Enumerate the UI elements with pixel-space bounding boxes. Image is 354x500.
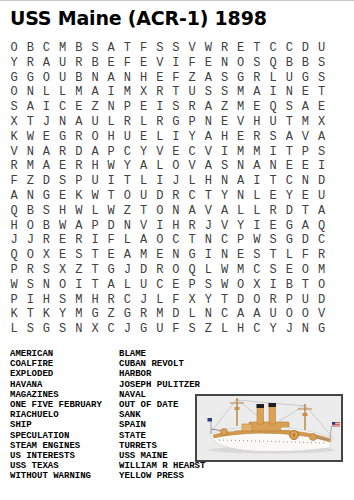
grid-cell: Y xyxy=(184,130,200,145)
grid-cell: S xyxy=(314,56,330,71)
grid-cell: L xyxy=(119,278,135,293)
grid-cell: P xyxy=(71,174,87,189)
grid-cell: E xyxy=(168,278,184,293)
word-list-column-right: BLAMECUBAN REVOLTHARBORJOSEPH PULITZERNA… xyxy=(119,349,205,481)
grid-cell: U xyxy=(55,71,71,86)
grid-cell: I xyxy=(314,159,330,174)
grid-cell: D xyxy=(314,293,330,308)
grid-cell: W xyxy=(103,159,119,174)
grid-cell: Y xyxy=(233,219,249,234)
grid-cell: V xyxy=(152,56,168,71)
grid-cell: G xyxy=(38,322,54,337)
grid-cell: N xyxy=(233,189,249,204)
grid-cell: U xyxy=(87,115,103,130)
grid-cell: X xyxy=(136,85,152,100)
grid-cell: P xyxy=(297,145,313,160)
grid-cell: A xyxy=(22,100,38,115)
grid-cell: W xyxy=(249,233,265,248)
grid-cell: T xyxy=(22,307,38,322)
grid-cell: G xyxy=(184,248,200,263)
grid-cell: S xyxy=(249,56,265,71)
grid-cell: T xyxy=(281,115,297,130)
word-list-item: SPECULATION xyxy=(10,431,116,441)
grid-cell: I xyxy=(71,278,87,293)
grid-cell: O xyxy=(314,278,330,293)
grid-cell: C xyxy=(216,233,232,248)
grid-cell: N xyxy=(55,115,71,130)
grid-cell: H xyxy=(55,204,71,219)
grid-cell: Z xyxy=(184,71,200,86)
word-list-item: USS TEXAS xyxy=(10,461,116,471)
grid-cell: S xyxy=(314,71,330,86)
grid-cell: R xyxy=(168,189,184,204)
grid-cell: O xyxy=(152,204,168,219)
grid-cell: S xyxy=(38,263,54,278)
grid-cell: S xyxy=(216,85,232,100)
grid-cell: S xyxy=(281,100,297,115)
grid-cell: O xyxy=(6,41,22,56)
grid-cell: J xyxy=(6,233,22,248)
grid-cell: T xyxy=(265,248,281,263)
grid-cell: N xyxy=(119,71,135,86)
grid-cell: J xyxy=(168,174,184,189)
grid-cell: R xyxy=(249,71,265,86)
grid-cell: S xyxy=(216,71,232,86)
grid-cell: E xyxy=(297,189,313,204)
grid-cell: R xyxy=(55,145,71,160)
grid-cell: G xyxy=(103,263,119,278)
grid-cell: W xyxy=(200,41,216,56)
grid-cell: E xyxy=(168,145,184,160)
grid-cell: X xyxy=(184,293,200,308)
grid-cell: I xyxy=(265,145,281,160)
grid-cell: S xyxy=(152,41,168,56)
grid-cell: T xyxy=(87,248,103,263)
grid-cell: L xyxy=(87,204,103,219)
grid-cell: I xyxy=(216,145,232,160)
grid-cell: O xyxy=(87,130,103,145)
grid-cell: L xyxy=(152,293,168,308)
grid-cell: A xyxy=(314,130,330,145)
grid-cell: X xyxy=(6,115,22,130)
grid-cell: S xyxy=(216,159,232,174)
grid-cell: Q xyxy=(6,204,22,219)
grid-cell: Y xyxy=(6,56,22,71)
grid-cell: A xyxy=(184,204,200,219)
grid-cell: P xyxy=(184,278,200,293)
grid-cell: I xyxy=(103,85,119,100)
grid-cell: L xyxy=(152,159,168,174)
grid-cell: G xyxy=(22,71,38,86)
grid-cell: V xyxy=(6,145,22,160)
grid-cell: C xyxy=(249,322,265,337)
grid-cell: H xyxy=(200,174,216,189)
grid-cell: F xyxy=(168,71,184,86)
grid-cell: N xyxy=(71,322,87,337)
grid-cell: V xyxy=(152,145,168,160)
grid-cell: B xyxy=(22,204,38,219)
word-list-column-left: AMERICANCOALFIREEXPLODEDHAVANAMAGAZINESO… xyxy=(10,349,116,481)
grid-cell: K xyxy=(6,307,22,322)
grid-cell: A xyxy=(87,145,103,160)
grid-cell: B xyxy=(22,41,38,56)
grid-cell: D xyxy=(103,219,119,234)
grid-cell: J xyxy=(38,115,54,130)
grid-cell: A xyxy=(38,159,54,174)
grid-cell: N xyxy=(216,174,232,189)
grid-cell: C xyxy=(184,145,200,160)
grid-cell: U xyxy=(184,85,200,100)
grid-cell: H xyxy=(87,293,103,308)
grid-cell: H xyxy=(38,293,54,308)
grid-cell: S xyxy=(265,263,281,278)
grid-cell: T xyxy=(103,189,119,204)
grid-cell: Z xyxy=(103,307,119,322)
grid-cell: R xyxy=(152,115,168,130)
grid-cell: E xyxy=(55,159,71,174)
worksheet-page: USS Maine (ACR-1) 1898 OBCMBSATFSSVWRETC… xyxy=(0,0,354,500)
grid-cell: A xyxy=(200,100,216,115)
grid-cell: D xyxy=(297,233,313,248)
grid-cell: T xyxy=(119,41,135,56)
grid-cell: R xyxy=(265,204,281,219)
grid-cell: I xyxy=(168,130,184,145)
grid-cell: C xyxy=(184,189,200,204)
grid-cell: R xyxy=(38,233,54,248)
grid-cell: S xyxy=(200,85,216,100)
grid-cell: X xyxy=(38,248,54,263)
grid-cell: C xyxy=(281,41,297,56)
grid-cell: A xyxy=(200,130,216,145)
grid-cell: Y xyxy=(55,307,71,322)
grid-cell: E xyxy=(281,263,297,278)
ship-model-illustration xyxy=(197,396,341,460)
grid-cell: N xyxy=(281,85,297,100)
grid-cell: N xyxy=(216,56,232,71)
grid-cell: Z xyxy=(200,322,216,337)
grid-cell: N xyxy=(119,219,135,234)
grid-cell: I xyxy=(249,174,265,189)
grid-cell: N xyxy=(297,322,313,337)
grid-cell: W xyxy=(103,204,119,219)
grid-cell: W xyxy=(87,189,103,204)
grid-cell: T xyxy=(200,189,216,204)
grid-cell: V xyxy=(200,204,216,219)
grid-cell: O xyxy=(168,263,184,278)
grid-cell: O xyxy=(233,278,249,293)
grid-cell: V xyxy=(184,41,200,56)
grid-cell: T xyxy=(22,115,38,130)
grid-cell: F xyxy=(136,41,152,56)
grid-cell: G xyxy=(281,219,297,234)
grid-cell: H xyxy=(249,115,265,130)
grid-cell: M xyxy=(297,115,313,130)
grid-cell: S xyxy=(6,100,22,115)
grid-cell: C xyxy=(119,145,135,160)
grid-cell: Q xyxy=(265,100,281,115)
grid-cell: N xyxy=(233,159,249,174)
ship-photo xyxy=(195,394,343,462)
grid-cell: L xyxy=(281,248,297,263)
word-list-item: HARBOR xyxy=(119,369,205,379)
grid-cell: W xyxy=(55,219,71,234)
grid-cell: C xyxy=(38,41,54,56)
word-list-item: YELLOW PRESS xyxy=(119,471,205,481)
grid-cell: E xyxy=(297,85,313,100)
grid-cell: O xyxy=(38,71,54,86)
grid-cell: F xyxy=(184,56,200,71)
grid-cell: D xyxy=(136,263,152,278)
grid-cell: J xyxy=(22,233,38,248)
grid-cell: Q xyxy=(314,219,330,234)
grid-cell: C xyxy=(249,263,265,278)
grid-cell: O xyxy=(249,293,265,308)
grid-cell: R xyxy=(6,159,22,174)
word-list-item: NAVAL xyxy=(119,390,205,400)
grid-cell: H xyxy=(233,322,249,337)
grid-cell: E xyxy=(200,56,216,71)
grid-cell: M xyxy=(136,248,152,263)
grid-cell: W xyxy=(6,278,22,293)
grid-cell: R xyxy=(71,233,87,248)
grid-cell: G xyxy=(6,71,22,86)
grid-cell: G xyxy=(55,130,71,145)
grid-cell: T xyxy=(136,204,152,219)
grid-cell: W xyxy=(71,204,87,219)
grid-cell: O xyxy=(22,248,38,263)
grid-cell: U xyxy=(297,293,313,308)
word-list-item: AMERICAN xyxy=(10,349,116,359)
grid-cell: M xyxy=(152,307,168,322)
grid-cell: M xyxy=(71,85,87,100)
grid-cell: E xyxy=(152,71,168,86)
grid-cell: L xyxy=(249,204,265,219)
grid-cell: I xyxy=(152,174,168,189)
word-list-item: SANK xyxy=(119,410,205,420)
grid-cell: W xyxy=(216,278,232,293)
grid-cell: N xyxy=(22,189,38,204)
grid-cell: J xyxy=(136,293,152,308)
grid-cell: R xyxy=(265,293,281,308)
grid-cell: M xyxy=(71,307,87,322)
grid-cell: G xyxy=(168,115,184,130)
grid-cell: S xyxy=(265,233,281,248)
grid-cell: M xyxy=(233,85,249,100)
grid-cell: V xyxy=(136,219,152,234)
grid-cell: N xyxy=(168,248,184,263)
grid-cell: X xyxy=(55,263,71,278)
grid-cell: C xyxy=(314,233,330,248)
grid-cell: Y xyxy=(281,189,297,204)
grid-cell: E xyxy=(233,130,249,145)
grid-cell: Q xyxy=(184,263,200,278)
grid-cell: S xyxy=(55,293,71,308)
grid-cell: D xyxy=(71,145,87,160)
grid-cell: W xyxy=(22,130,38,145)
grid-cell: H xyxy=(216,130,232,145)
grid-cell: R xyxy=(119,115,135,130)
grid-cell: H xyxy=(103,130,119,145)
grid-cell: B xyxy=(87,56,103,71)
grid-cell: A xyxy=(200,71,216,86)
grid-cell: O xyxy=(6,85,22,100)
grid-cell: I xyxy=(265,278,281,293)
grid-cell: N xyxy=(168,204,184,219)
grid-cell: I xyxy=(265,85,281,100)
grid-cell: T xyxy=(119,174,135,189)
grid-cell: P xyxy=(281,293,297,308)
grid-cell: A xyxy=(38,56,54,71)
grid-cell: S xyxy=(55,174,71,189)
grid-cell: P xyxy=(6,293,22,308)
grid-cell: V xyxy=(216,219,232,234)
word-list-item: RIACHUELO xyxy=(10,410,116,420)
grid-cell: C xyxy=(281,174,297,189)
grid-cell: L xyxy=(184,307,200,322)
grid-cell: R xyxy=(71,56,87,71)
grid-cell: T xyxy=(297,278,313,293)
grid-cell: S xyxy=(22,278,38,293)
grid-cell: E xyxy=(233,248,249,263)
grid-cell: Q xyxy=(6,248,22,263)
grid-cell: D xyxy=(233,293,249,308)
grid-cell: J xyxy=(119,322,135,337)
grid-cell: E xyxy=(314,100,330,115)
grid-cell: Z xyxy=(71,263,87,278)
grid-cell: T xyxy=(265,174,281,189)
grid-cell: N xyxy=(265,159,281,174)
grid-cell: L xyxy=(55,85,71,100)
grid-cell: R xyxy=(71,159,87,174)
grid-cell: S xyxy=(22,322,38,337)
grid-cell: U xyxy=(265,307,281,322)
grid-cell: E xyxy=(136,56,152,71)
grid-cell: C xyxy=(152,278,168,293)
grid-cell: G xyxy=(136,322,152,337)
grid-cell: L xyxy=(200,263,216,278)
grid-cell: G xyxy=(119,307,135,322)
word-list-item: MAGAZINES xyxy=(10,390,116,400)
grid-cell: A xyxy=(119,248,135,263)
grid-cell: Y xyxy=(200,293,216,308)
grid-cell: A xyxy=(71,219,87,234)
grid-cell: T xyxy=(216,293,232,308)
grid-cell: S xyxy=(168,100,184,115)
word-list-item: SHIP xyxy=(10,420,116,430)
grid-cell: A xyxy=(249,85,265,100)
grid-cell: E xyxy=(297,159,313,174)
grid-cell: L xyxy=(136,115,152,130)
grid-cell: U xyxy=(314,41,330,56)
grid-cell: O xyxy=(233,56,249,71)
grid-cell: M xyxy=(249,145,265,160)
grid-cell: Y xyxy=(136,145,152,160)
grid-cell: M xyxy=(233,263,249,278)
grid-cell: P xyxy=(184,115,200,130)
grid-cell: A xyxy=(233,174,249,189)
grid-cell: S xyxy=(265,130,281,145)
grid-cell: G xyxy=(281,233,297,248)
word-list-item: COALFIRE xyxy=(10,359,116,369)
grid-cell: X xyxy=(314,115,330,130)
grid-cell: T xyxy=(281,145,297,160)
grid-cell: L xyxy=(233,204,249,219)
grid-cell: S xyxy=(184,322,200,337)
grid-cell: R xyxy=(216,41,232,56)
grid-cell: Y xyxy=(216,189,232,204)
grid-cell: K xyxy=(6,130,22,145)
grid-cell: E xyxy=(103,248,119,263)
grid-cell: G xyxy=(314,322,330,337)
grid-cell: C xyxy=(265,41,281,56)
grid-cell: O xyxy=(22,219,38,234)
word-list-item: WITHOUT WARNING xyxy=(10,471,116,481)
grid-cell: B xyxy=(38,219,54,234)
grid-cell: I xyxy=(249,219,265,234)
word-list-item: WILLIAM R HEARST xyxy=(119,461,205,471)
grid-cell: I xyxy=(152,100,168,115)
grid-cell: F xyxy=(6,174,22,189)
grid-cell: O xyxy=(297,307,313,322)
grid-cell: S xyxy=(38,204,54,219)
grid-cell: F xyxy=(297,248,313,263)
grid-cell: S xyxy=(168,41,184,56)
grid-cell: D xyxy=(152,189,168,204)
grid-cell: N xyxy=(200,115,216,130)
grid-cell: E xyxy=(71,100,87,115)
grid-cell: A xyxy=(103,71,119,86)
grid-cell: N xyxy=(22,145,38,160)
grid-cell: Y xyxy=(265,322,281,337)
grid-cell: Y xyxy=(119,159,135,174)
grid-cell: R xyxy=(136,307,152,322)
grid-cell: N xyxy=(103,100,119,115)
grid-cell: H xyxy=(6,219,22,234)
grid-cell: R xyxy=(184,100,200,115)
grid-cell: A xyxy=(136,233,152,248)
grid-cell: R xyxy=(22,56,38,71)
grid-cell: A xyxy=(6,189,22,204)
grid-cell: B xyxy=(281,278,297,293)
grid-cell: T xyxy=(249,41,265,56)
wordsearch-grid: OBCMBSATFSSVWRETCCDUYRAURBEFEVIFENOSQBBS… xyxy=(6,41,330,337)
grid-cell: S xyxy=(55,322,71,337)
grid-cell: U xyxy=(87,174,103,189)
grid-cell: Z xyxy=(87,100,103,115)
grid-cell: A xyxy=(297,219,313,234)
word-list-item: STATE xyxy=(119,431,205,441)
grid-cell: N xyxy=(22,85,38,100)
grid-cell: L xyxy=(103,115,119,130)
grid-cell: J xyxy=(200,219,216,234)
ship-boat xyxy=(227,429,235,431)
grid-cell: J xyxy=(119,263,135,278)
grid-cell: O xyxy=(55,278,71,293)
word-list-item: ONE FIVE FEBRUARY xyxy=(10,400,116,410)
grid-cell: E xyxy=(103,56,119,71)
grid-cell: W xyxy=(216,263,232,278)
grid-cell: M xyxy=(119,85,135,100)
grid-cell: H xyxy=(168,219,184,234)
grid-cell: E xyxy=(152,248,168,263)
grid-cell: S xyxy=(314,145,330,160)
word-list-item: CUBAN REVOLT xyxy=(119,359,205,369)
grid-cell: A xyxy=(200,159,216,174)
grid-cell: I xyxy=(87,233,103,248)
word-list-item: US INTERESTS xyxy=(10,451,116,461)
grid-cell: R xyxy=(103,293,119,308)
grid-cell: R xyxy=(184,219,200,234)
